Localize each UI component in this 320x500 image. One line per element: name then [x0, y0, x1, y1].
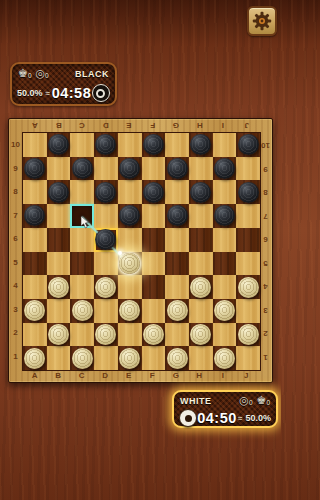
black-piece-G9[interactable] [167, 158, 188, 179]
black-captured-kings-count: 0 [28, 72, 32, 79]
square-G4[interactable] [165, 275, 189, 299]
black-piece-H10[interactable] [190, 134, 211, 155]
square-C10[interactable] [70, 133, 94, 157]
white-win-percent: 50.0% [245, 413, 271, 423]
square-D2[interactable] [94, 323, 118, 347]
square-C1[interactable] [70, 346, 94, 370]
square-F8[interactable] [142, 180, 166, 204]
file-label-top-A: A [23, 119, 47, 132]
white-clock: 04:50 [197, 410, 237, 426]
settings-button[interactable] [247, 6, 277, 36]
rank-label-left-6: 6 [9, 227, 22, 251]
square-C8[interactable] [70, 180, 94, 204]
square-H2[interactable] [189, 323, 213, 347]
white-piece-D2[interactable] [95, 324, 116, 345]
square-A9[interactable] [23, 157, 47, 181]
white-captured-kings-count: 0 [266, 399, 270, 406]
black-piece-B8[interactable] [48, 182, 69, 203]
black-piece-F8[interactable] [143, 182, 164, 203]
rank-label-left-9: 9 [9, 157, 22, 181]
white-piece-E1[interactable] [119, 348, 140, 369]
black-player-name: BLACK [75, 69, 109, 79]
square-G9[interactable] [165, 157, 189, 181]
square-C5[interactable] [70, 252, 94, 276]
black-clock: 04:58 [52, 85, 92, 101]
white-piece-I1[interactable] [214, 348, 235, 369]
square-A3[interactable] [23, 299, 47, 323]
square-A10[interactable] [23, 133, 47, 157]
square-I3[interactable] [213, 299, 237, 323]
white-piece-H4[interactable] [190, 277, 211, 298]
rank-label-left-8: 8 [9, 180, 22, 204]
drag-cursor-icon [81, 215, 90, 233]
rank-label-left-1: 1 [9, 345, 22, 369]
black-piece-B10[interactable] [48, 134, 69, 155]
white-piece-C1[interactable] [72, 348, 93, 369]
square-E8[interactable] [118, 180, 142, 204]
square-J1[interactable] [236, 346, 260, 370]
square-J10[interactable] [236, 133, 260, 157]
square-E5[interactable] [118, 252, 142, 276]
square-C3[interactable] [70, 299, 94, 323]
black-piece-A9[interactable] [24, 158, 45, 179]
square-D4[interactable] [94, 275, 118, 299]
square-G5[interactable] [165, 252, 189, 276]
file-label-top-C: C [70, 119, 94, 132]
rank-label-left-3: 3 [9, 298, 22, 322]
square-F7[interactable] [142, 204, 166, 228]
black-piece-G7[interactable] [167, 205, 188, 226]
black-piece-A7[interactable] [24, 205, 45, 226]
board-coords-top: ABCDEFGHIJ [23, 119, 258, 132]
square-E3[interactable] [118, 299, 142, 323]
square-G2[interactable] [165, 323, 189, 347]
rank-label-left-2: 2 [9, 321, 22, 345]
square-G10[interactable] [165, 133, 189, 157]
square-D1[interactable] [94, 346, 118, 370]
square-A6[interactable] [23, 228, 47, 252]
square-G7[interactable] [165, 204, 189, 228]
black-piece-J8[interactable] [238, 182, 259, 203]
white-piece-B2[interactable] [48, 324, 69, 345]
file-label-top-G: G [164, 119, 188, 132]
square-I6[interactable] [213, 228, 237, 252]
square-J2[interactable] [236, 323, 260, 347]
square-G3[interactable] [165, 299, 189, 323]
square-I5[interactable] [213, 252, 237, 276]
square-E4[interactable] [118, 275, 142, 299]
black-piece-D10[interactable] [95, 134, 116, 155]
black-captured-kings-icon: ♚0 [18, 68, 32, 79]
white-piece-C3[interactable] [72, 300, 93, 321]
gear-icon [252, 11, 272, 31]
square-E10[interactable] [118, 133, 142, 157]
square-H6[interactable] [189, 228, 213, 252]
square-A1[interactable] [23, 346, 47, 370]
rank-label-left-4: 4 [9, 274, 22, 298]
square-F1[interactable] [142, 346, 166, 370]
square-H5[interactable] [189, 252, 213, 276]
board-squares [22, 132, 261, 371]
black-player-panel: ♚0 ◎0 BLACK 50.0% ≈ 04:58 [10, 62, 117, 106]
black-piece-F10[interactable] [143, 134, 164, 155]
square-J4[interactable] [236, 275, 260, 299]
square-F10[interactable] [142, 133, 166, 157]
file-label-top-B: B [47, 119, 71, 132]
square-G6[interactable] [165, 228, 189, 252]
square-E7[interactable] [118, 204, 142, 228]
square-I10[interactable] [213, 133, 237, 157]
square-I8[interactable] [213, 180, 237, 204]
square-D7[interactable] [94, 204, 118, 228]
square-J3[interactable] [236, 299, 260, 323]
square-E2[interactable] [118, 323, 142, 347]
square-B6[interactable] [47, 228, 71, 252]
square-D9[interactable] [94, 157, 118, 181]
square-I7[interactable] [213, 204, 237, 228]
black-piece-C9[interactable] [72, 158, 93, 179]
square-H8[interactable] [189, 180, 213, 204]
white-captured-kings-icon: ♚0 [257, 395, 271, 406]
square-B1[interactable] [47, 346, 71, 370]
square-A7[interactable] [23, 204, 47, 228]
white-piece-J2[interactable] [238, 324, 259, 345]
square-H9[interactable] [189, 157, 213, 181]
square-J9[interactable] [236, 157, 260, 181]
white-captured-men-count: 0 [249, 399, 253, 406]
square-B10[interactable] [47, 133, 71, 157]
black-piece-E7[interactable] [119, 205, 140, 226]
black-piece-H8[interactable] [190, 182, 211, 203]
square-J5[interactable] [236, 252, 260, 276]
black-piece-E9[interactable] [119, 158, 140, 179]
white-player-name: WHITE [180, 396, 212, 406]
board-coords-left: 10987654321 [9, 133, 22, 368]
file-label-top-E: E [117, 119, 141, 132]
square-I1[interactable] [213, 346, 237, 370]
square-I9[interactable] [213, 157, 237, 181]
white-piece-I3[interactable] [214, 300, 235, 321]
square-H7[interactable] [189, 204, 213, 228]
white-color-disc-icon [179, 409, 197, 427]
square-B4[interactable] [47, 275, 71, 299]
black-captured-men-count: 0 [45, 72, 49, 79]
square-F4[interactable] [142, 275, 166, 299]
black-color-disc-icon [92, 84, 110, 102]
white-piece-A1[interactable] [24, 348, 45, 369]
white-approx-symbol: ≈ [238, 414, 242, 423]
white-piece-D4[interactable] [95, 277, 116, 298]
file-label-top-D: D [94, 119, 118, 132]
white-piece-F2[interactable] [143, 324, 164, 345]
square-I2[interactable] [213, 323, 237, 347]
square-H4[interactable] [189, 275, 213, 299]
file-label-top-I: I [211, 119, 235, 132]
square-B5[interactable] [47, 252, 71, 276]
square-B7[interactable] [47, 204, 71, 228]
white-piece-H2[interactable] [190, 324, 211, 345]
rank-label-left-10: 10 [9, 133, 22, 157]
square-D8[interactable] [94, 180, 118, 204]
rank-label-left-7: 7 [9, 204, 22, 228]
square-D5[interactable] [94, 252, 118, 276]
square-D3[interactable] [94, 299, 118, 323]
black-win-percent: 50.0% [17, 88, 43, 98]
square-A4[interactable] [23, 275, 47, 299]
square-A8[interactable] [23, 180, 47, 204]
square-B3[interactable] [47, 299, 71, 323]
square-B9[interactable] [47, 157, 71, 181]
white-piece-A3[interactable] [24, 300, 45, 321]
white-piece-J4[interactable] [238, 277, 259, 298]
square-E1[interactable] [118, 346, 142, 370]
white-piece-G3[interactable] [167, 300, 188, 321]
square-G8[interactable] [165, 180, 189, 204]
black-piece-I9[interactable] [214, 158, 235, 179]
app-background: { "game": "checkers", "variant": "intern… [0, 0, 281, 500]
square-B2[interactable] [47, 323, 71, 347]
square-H10[interactable] [189, 133, 213, 157]
black-piece-I7[interactable] [214, 205, 235, 226]
square-F3[interactable] [142, 299, 166, 323]
white-piece-G1[interactable] [167, 348, 188, 369]
white-captured-men-icon: ◎0 [239, 395, 252, 406]
black-piece-D8[interactable] [95, 182, 116, 203]
black-approx-symbol: ≈ [46, 89, 50, 98]
square-I4[interactable] [213, 275, 237, 299]
square-C4[interactable] [70, 275, 94, 299]
square-E6[interactable] [118, 228, 142, 252]
square-J8[interactable] [236, 180, 260, 204]
square-F2[interactable] [142, 323, 166, 347]
black-piece-J10[interactable] [238, 134, 259, 155]
square-D10[interactable] [94, 133, 118, 157]
square-B8[interactable] [47, 180, 71, 204]
white-player-panel: WHITE ◎0 ♚0 04:50 ≈ 50.0% [172, 390, 278, 428]
file-label-top-J: J [235, 119, 259, 132]
square-H1[interactable] [189, 346, 213, 370]
square-F9[interactable] [142, 157, 166, 181]
file-label-top-F: F [141, 119, 165, 132]
white-piece-B4[interactable] [48, 277, 69, 298]
square-C2[interactable] [70, 323, 94, 347]
square-F6[interactable] [142, 228, 166, 252]
square-H3[interactable] [189, 299, 213, 323]
square-E9[interactable] [118, 157, 142, 181]
white-piece-E5[interactable] [119, 253, 140, 274]
square-A2[interactable] [23, 323, 47, 347]
rank-label-left-5: 5 [9, 251, 22, 275]
square-F5[interactable] [142, 252, 166, 276]
square-C9[interactable] [70, 157, 94, 181]
file-label-top-H: H [188, 119, 212, 132]
square-G1[interactable] [165, 346, 189, 370]
square-J6[interactable] [236, 228, 260, 252]
black-captured-men-icon: ◎0 [36, 68, 49, 79]
square-A5[interactable] [23, 252, 47, 276]
board: ABCDEFGHIJ ABCDEFGHIJ 10987654321 109876… [8, 118, 273, 383]
white-piece-E3[interactable] [119, 300, 140, 321]
square-J7[interactable] [236, 204, 260, 228]
